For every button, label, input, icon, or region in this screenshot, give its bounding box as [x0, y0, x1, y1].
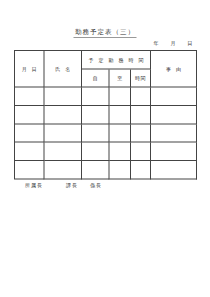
header-sub-from: 自	[82, 70, 110, 88]
table-cell	[15, 143, 45, 161]
approver-label-supervisor: 係長	[90, 182, 102, 189]
table-cell	[15, 124, 45, 142]
table-cell	[131, 88, 151, 106]
table-cell	[82, 143, 110, 161]
table-cell	[45, 124, 83, 142]
table-cell	[131, 124, 151, 142]
table-cell	[151, 88, 197, 106]
date-line: 年 月 日	[154, 40, 197, 47]
table-cell	[45, 143, 83, 161]
table-cell	[131, 106, 151, 124]
header-date: 月 日	[15, 51, 45, 88]
form-title: 勤務予定表（三）	[74, 28, 137, 39]
table-cell	[131, 161, 151, 179]
table-cell	[110, 124, 132, 142]
table-cell	[110, 143, 132, 161]
header-reason: 事 由	[151, 51, 197, 88]
table-cell	[82, 161, 110, 179]
form-table: 月 日 氏 名 予 定 勤 務 時 間 自 至 時間 事 由	[14, 50, 197, 180]
table-cell	[82, 106, 110, 124]
approval-row: 所属長 課長 係長	[14, 182, 196, 189]
table-cell	[82, 124, 110, 142]
table-cell	[15, 88, 45, 106]
header-name: 氏 名	[45, 51, 83, 88]
table-cell	[45, 161, 83, 179]
table-cell	[15, 106, 45, 124]
table-cell	[45, 88, 83, 106]
table-cell	[110, 161, 132, 179]
table-cell	[110, 88, 132, 106]
table-cell	[110, 106, 132, 124]
header-sub-hours: 時間	[131, 70, 151, 88]
approver-label-department-head: 所属長	[25, 182, 43, 189]
table-cell	[15, 161, 45, 179]
title-row: 勤務予定表（三）	[0, 27, 210, 38]
form-page: 勤務予定表（三） 年 月 日 月 日 氏 名 予 定 勤 務 時 間 自 至 時…	[0, 0, 210, 297]
table-cell	[151, 106, 197, 124]
approver-label-section-chief: 課長	[66, 182, 78, 189]
table-cell	[151, 161, 197, 179]
table-cell	[45, 106, 83, 124]
header-scheduled-work-hours: 予 定 勤 務 時 間	[82, 51, 151, 70]
table-cell	[82, 88, 110, 106]
table-cell	[151, 143, 197, 161]
table-cell	[151, 124, 197, 142]
table-cell	[131, 143, 151, 161]
header-sub-to: 至	[110, 70, 132, 88]
